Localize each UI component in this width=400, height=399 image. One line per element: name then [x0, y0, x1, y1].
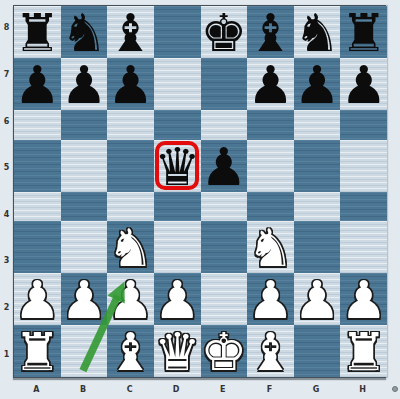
white-queen-d1[interactable]: ♛	[154, 326, 201, 378]
square-c3[interactable]: ♞	[107, 221, 154, 273]
white-knight-c3[interactable]: ♞	[107, 222, 154, 274]
white-pawn-h2[interactable]: ♟	[340, 274, 387, 326]
square-a6[interactable]	[14, 110, 61, 140]
white-rook-h1[interactable]: ♜	[340, 326, 387, 378]
square-e5[interactable]: ♟	[201, 140, 248, 192]
white-bishop-f1[interactable]: ♝	[247, 326, 294, 378]
square-g2[interactable]: ♟	[294, 273, 341, 325]
black-pawn-a7[interactable]: ♟	[14, 59, 61, 111]
white-pawn-f2[interactable]: ♟	[247, 274, 294, 326]
rank-label-3: 3	[0, 256, 13, 265]
square-g3[interactable]	[294, 221, 341, 273]
square-b8[interactable]: ♞	[61, 6, 108, 58]
file-label-b: B	[60, 385, 107, 394]
square-h7[interactable]: ♟	[340, 58, 387, 110]
rank-label-6: 6	[0, 117, 13, 126]
square-c1[interactable]: ♝	[107, 325, 154, 377]
file-label-c: C	[106, 385, 153, 394]
square-h2[interactable]: ♟	[340, 273, 387, 325]
file-label-f: F	[246, 385, 293, 394]
square-g6[interactable]	[294, 110, 341, 140]
corner-dot	[392, 386, 398, 392]
black-pawn-g7[interactable]: ♟	[294, 59, 341, 111]
square-d2[interactable]: ♟	[154, 273, 201, 325]
square-a3[interactable]	[14, 221, 61, 273]
file-label-d: D	[153, 385, 200, 394]
black-knight-g8[interactable]: ♞	[294, 7, 341, 59]
square-b2[interactable]: ♟	[61, 273, 108, 325]
square-h4[interactable]	[340, 192, 387, 222]
black-queen-d5[interactable]: ♛	[154, 141, 201, 193]
white-knight-f3[interactable]: ♞	[247, 222, 294, 274]
square-e4[interactable]	[201, 192, 248, 222]
file-label-e: E	[200, 385, 247, 394]
black-knight-b8[interactable]: ♞	[61, 7, 108, 59]
square-d1[interactable]: ♛	[154, 325, 201, 377]
square-c6[interactable]	[107, 110, 154, 140]
white-pawn-a2[interactable]: ♟	[14, 274, 61, 326]
white-rook-a1[interactable]: ♜	[14, 326, 61, 378]
white-bishop-c1[interactable]: ♝	[107, 326, 154, 378]
square-b4[interactable]	[61, 192, 108, 222]
square-a8[interactable]: ♜	[14, 6, 61, 58]
square-f6[interactable]	[247, 110, 294, 140]
square-e3[interactable]	[201, 221, 248, 273]
rank-label-7: 7	[0, 70, 13, 79]
square-h1[interactable]: ♜	[340, 325, 387, 377]
white-pawn-g2[interactable]: ♟	[294, 274, 341, 326]
square-g5[interactable]	[294, 140, 341, 192]
square-d7[interactable]	[154, 58, 201, 110]
black-bishop-c8[interactable]: ♝	[107, 7, 154, 59]
square-c5[interactable]	[107, 140, 154, 192]
square-h6[interactable]	[340, 110, 387, 140]
square-e2[interactable]	[201, 273, 248, 325]
square-b6[interactable]	[61, 110, 108, 140]
square-b1[interactable]	[61, 325, 108, 377]
square-c4[interactable]	[107, 192, 154, 222]
square-h3[interactable]	[340, 221, 387, 273]
square-b5[interactable]	[61, 140, 108, 192]
file-label-h: H	[339, 385, 386, 394]
square-f1[interactable]: ♝	[247, 325, 294, 377]
file-label-a: A	[13, 385, 60, 394]
black-pawn-e5[interactable]: ♟	[201, 141, 248, 193]
square-d6[interactable]	[154, 110, 201, 140]
square-d4[interactable]	[154, 192, 201, 222]
rank-label-4: 4	[0, 210, 13, 219]
square-c7[interactable]: ♟	[107, 58, 154, 110]
black-pawn-c7[interactable]: ♟	[107, 59, 154, 111]
square-a5[interactable]	[14, 140, 61, 192]
square-b3[interactable]	[61, 221, 108, 273]
square-e8[interactable]: ♚	[201, 6, 248, 58]
square-h8[interactable]: ♜	[340, 6, 387, 58]
square-e1[interactable]: ♚	[201, 325, 248, 377]
square-a4[interactable]	[14, 192, 61, 222]
black-pawn-f7[interactable]: ♟	[247, 59, 294, 111]
square-f5[interactable]	[247, 140, 294, 192]
square-g8[interactable]: ♞	[294, 6, 341, 58]
square-f4[interactable]	[247, 192, 294, 222]
square-g1[interactable]	[294, 325, 341, 377]
square-f7[interactable]: ♟	[247, 58, 294, 110]
chess-board: ♜♞♝♚♝♞♜♟♟♟♟♟♟♛♟♞♞♟♟♟♟♟♟♟♜♝♛♚♝♜	[13, 5, 386, 378]
file-label-g: G	[293, 385, 340, 394]
square-c2[interactable]: ♟	[107, 273, 154, 325]
square-b7[interactable]: ♟	[61, 58, 108, 110]
white-king-e1[interactable]: ♚	[201, 326, 248, 378]
square-d3[interactable]	[154, 221, 201, 273]
black-king-e8[interactable]: ♚	[201, 7, 248, 59]
white-pawn-c2[interactable]: ♟	[107, 274, 154, 326]
black-pawn-b7[interactable]: ♟	[61, 59, 108, 111]
black-bishop-f8[interactable]: ♝	[247, 7, 294, 59]
square-g4[interactable]	[294, 192, 341, 222]
white-pawn-b2[interactable]: ♟	[61, 274, 108, 326]
square-a1[interactable]: ♜	[14, 325, 61, 377]
square-f8[interactable]: ♝	[247, 6, 294, 58]
square-d5[interactable]: ♛	[154, 140, 201, 192]
white-pawn-d2[interactable]: ♟	[154, 274, 201, 326]
square-h5[interactable]	[340, 140, 387, 192]
square-c8[interactable]: ♝	[107, 6, 154, 58]
square-d8[interactable]	[154, 6, 201, 58]
rank-label-5: 5	[0, 163, 13, 172]
chess-board-app: ♜♞♝♚♝♞♜♟♟♟♟♟♟♛♟♞♞♟♟♟♟♟♟♟♜♝♛♚♝♜ 87654321A…	[0, 0, 400, 399]
square-e7[interactable]	[201, 58, 248, 110]
square-e6[interactable]	[201, 110, 248, 140]
rank-label-1: 1	[0, 350, 13, 359]
black-pawn-h7[interactable]: ♟	[340, 59, 387, 111]
square-f2[interactable]: ♟	[247, 273, 294, 325]
square-a7[interactable]: ♟	[14, 58, 61, 110]
black-rook-h8[interactable]: ♜	[340, 7, 387, 59]
square-a2[interactable]: ♟	[14, 273, 61, 325]
rank-label-2: 2	[0, 303, 13, 312]
rank-label-8: 8	[0, 23, 13, 32]
square-g7[interactable]: ♟	[294, 58, 341, 110]
black-rook-a8[interactable]: ♜	[14, 7, 61, 59]
square-f3[interactable]: ♞	[247, 221, 294, 273]
